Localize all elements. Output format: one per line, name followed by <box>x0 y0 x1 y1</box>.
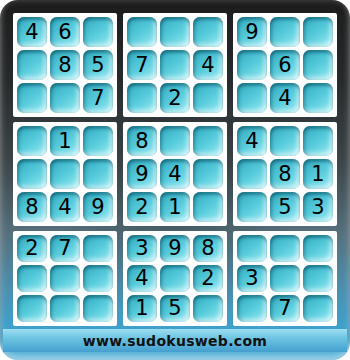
cell-r7c1[interactable]: 2 <box>17 235 47 262</box>
cell-r9c5[interactable]: 5 <box>160 295 190 322</box>
cell-r1c4[interactable] <box>127 17 157 47</box>
cell-r2c2[interactable]: 8 <box>50 50 80 80</box>
cell-r3c4[interactable] <box>127 83 157 113</box>
cell-r4c9[interactable] <box>303 126 333 156</box>
cell-r2c3[interactable]: 5 <box>83 50 113 80</box>
cell-r3c9[interactable] <box>303 83 333 113</box>
cell-r7c5[interactable]: 9 <box>160 235 190 262</box>
box-r3c1: 27 <box>13 231 117 326</box>
cell-r8c4[interactable]: 4 <box>127 265 157 292</box>
cell-r2c7[interactable] <box>237 50 267 80</box>
cell-r3c2[interactable] <box>50 83 80 113</box>
cell-r6c3[interactable]: 9 <box>83 192 113 222</box>
cell-r9c8[interactable]: 7 <box>270 295 300 322</box>
cell-r6c9[interactable]: 3 <box>303 192 333 222</box>
cell-r5c8[interactable]: 8 <box>270 159 300 189</box>
cell-r9c4[interactable]: 1 <box>127 295 157 322</box>
cell-r7c2[interactable]: 7 <box>50 235 80 262</box>
cell-r8c8[interactable] <box>270 265 300 292</box>
cell-r2c5[interactable] <box>160 50 190 80</box>
cell-r5c2[interactable] <box>50 159 80 189</box>
cell-r8c5[interactable] <box>160 265 190 292</box>
cell-r2c9[interactable] <box>303 50 333 80</box>
cell-r6c2[interactable]: 4 <box>50 192 80 222</box>
cell-r7c9[interactable] <box>303 235 333 262</box>
cell-r7c8[interactable] <box>270 235 300 262</box>
cell-r7c7[interactable] <box>237 235 267 262</box>
cell-r4c4[interactable]: 8 <box>127 126 157 156</box>
cell-r4c3[interactable] <box>83 126 113 156</box>
cell-r5c7[interactable] <box>237 159 267 189</box>
cell-r6c4[interactable]: 2 <box>127 192 157 222</box>
cell-r1c6[interactable] <box>193 17 223 47</box>
cell-r2c6[interactable]: 4 <box>193 50 223 80</box>
cell-r2c4[interactable]: 7 <box>127 50 157 80</box>
cell-r3c8[interactable]: 4 <box>270 83 300 113</box>
cell-r9c1[interactable] <box>17 295 47 322</box>
cell-r3c5[interactable]: 2 <box>160 83 190 113</box>
cell-r3c3[interactable]: 7 <box>83 83 113 113</box>
cell-r9c3[interactable] <box>83 295 113 322</box>
cell-r6c1[interactable]: 8 <box>17 192 47 222</box>
cell-r9c2[interactable] <box>50 295 80 322</box>
cell-r8c1[interactable] <box>17 265 47 292</box>
cell-r9c6[interactable] <box>193 295 223 322</box>
cell-r5c5[interactable]: 4 <box>160 159 190 189</box>
cell-r4c8[interactable] <box>270 126 300 156</box>
cell-r4c5[interactable] <box>160 126 190 156</box>
cell-r7c6[interactable]: 8 <box>193 235 223 262</box>
cell-r9c7[interactable] <box>237 295 267 322</box>
cell-r8c7[interactable]: 3 <box>237 265 267 292</box>
cell-r4c7[interactable]: 4 <box>237 126 267 156</box>
cell-r8c2[interactable] <box>50 265 80 292</box>
cell-r2c1[interactable] <box>17 50 47 80</box>
box-r3c2: 3984215 <box>123 231 227 326</box>
cell-r1c8[interactable] <box>270 17 300 47</box>
cell-r6c6[interactable] <box>193 192 223 222</box>
box-r2c2: 89421 <box>123 122 227 226</box>
cell-r6c8[interactable]: 5 <box>270 192 300 222</box>
cell-r1c9[interactable] <box>303 17 333 47</box>
cell-r7c3[interactable] <box>83 235 113 262</box>
website-link[interactable]: www.sudokusweb.com <box>83 333 267 349</box>
sudoku-board: 468577429641849894214815327398421537 <box>13 13 337 326</box>
box-r3c3: 37 <box>233 231 337 326</box>
cell-r6c7[interactable] <box>237 192 267 222</box>
cell-r5c3[interactable] <box>83 159 113 189</box>
cell-r8c3[interactable] <box>83 265 113 292</box>
cell-r1c1[interactable]: 4 <box>17 17 47 47</box>
cell-r4c2[interactable]: 1 <box>50 126 80 156</box>
box-r2c1: 1849 <box>13 122 117 226</box>
cell-r2c8[interactable]: 6 <box>270 50 300 80</box>
cell-r3c7[interactable] <box>237 83 267 113</box>
cell-r9c9[interactable] <box>303 295 333 322</box>
cell-r1c3[interactable] <box>83 17 113 47</box>
cell-r4c1[interactable] <box>17 126 47 156</box>
cell-r1c7[interactable]: 9 <box>237 17 267 47</box>
cell-r1c5[interactable] <box>160 17 190 47</box>
cell-r3c6[interactable] <box>193 83 223 113</box>
box-r1c3: 964 <box>233 13 337 117</box>
cell-r5c4[interactable]: 9 <box>127 159 157 189</box>
cell-r5c6[interactable] <box>193 159 223 189</box>
cell-r8c9[interactable] <box>303 265 333 292</box>
cell-r8c6[interactable]: 2 <box>193 265 223 292</box>
cell-r5c9[interactable]: 1 <box>303 159 333 189</box>
cell-r4c6[interactable] <box>193 126 223 156</box>
cell-r1c2[interactable]: 6 <box>50 17 80 47</box>
cell-r3c1[interactable] <box>17 83 47 113</box>
box-r1c2: 742 <box>123 13 227 117</box>
sudoku-widget: 468577429641849894214815327398421537 www… <box>0 0 350 360</box>
box-r1c1: 46857 <box>13 13 117 117</box>
cell-r5c1[interactable] <box>17 159 47 189</box>
cell-r6c5[interactable]: 1 <box>160 192 190 222</box>
footer-bar: www.sudokusweb.com <box>3 329 347 352</box>
box-r2c3: 48153 <box>233 122 337 226</box>
cell-r7c4[interactable]: 3 <box>127 235 157 262</box>
